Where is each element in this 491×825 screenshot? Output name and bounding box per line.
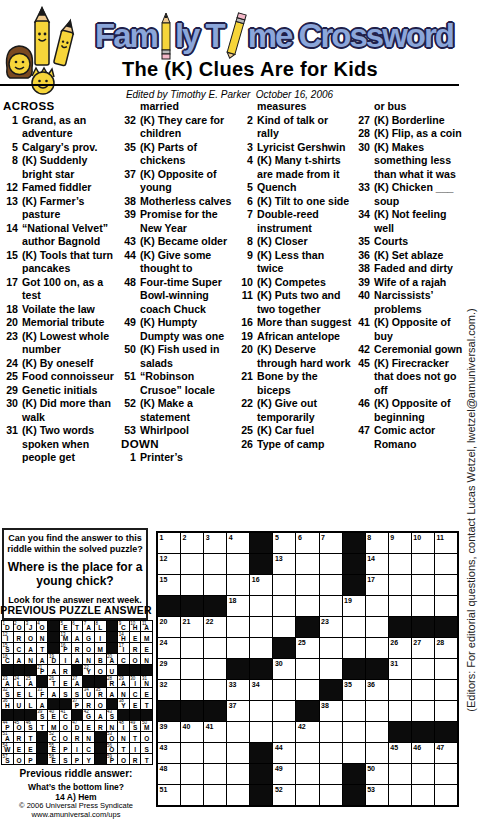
prev-black-cell — [95, 732, 106, 742]
grid-cell[interactable]: 23 — [320, 617, 342, 637]
grid-cell[interactable]: 48 — [158, 764, 180, 784]
clue: 11(K) Puts two and two together — [238, 289, 352, 316]
clue-text: Quench — [257, 181, 296, 193]
cell-number: 19 — [344, 597, 352, 604]
prev-cell-number: 16 — [61, 643, 66, 648]
grid-cell[interactable] — [227, 617, 249, 637]
grid-cell[interactable]: 6 — [296, 533, 318, 553]
grid-cell[interactable] — [296, 659, 318, 679]
grid-cell[interactable]: 14 — [366, 554, 388, 574]
grid-cell[interactable]: 16 — [250, 575, 272, 595]
clue-text: Wife of a rajah — [374, 276, 446, 288]
black-cell — [273, 638, 295, 658]
prev-black-cell — [14, 665, 25, 675]
prev-cell-number: 26 — [49, 676, 54, 681]
grid-cell[interactable] — [412, 785, 434, 805]
grid-cell[interactable] — [343, 743, 365, 763]
cell-number: 32 — [160, 681, 168, 688]
prev-letter-cell: A — [72, 654, 83, 664]
prev-letter-cell: 7A — [83, 621, 94, 631]
cell-number: 38 — [321, 702, 329, 709]
prev-letter-cell: C — [130, 688, 141, 698]
grid-cell[interactable]: 9 — [389, 533, 411, 553]
clue: 35(K) Parts of chickens — [121, 141, 235, 168]
grid-cell[interactable] — [204, 764, 226, 784]
prev-cell-number: 27 — [72, 676, 77, 681]
clue-number: 25 — [238, 424, 253, 438]
grid-cell[interactable]: 4 — [227, 533, 249, 553]
grid-cell[interactable] — [250, 722, 272, 742]
clue-text: Comic actor Romano — [374, 424, 435, 450]
prev-black-cell — [107, 643, 118, 653]
clue: 5Quench — [238, 181, 352, 195]
grid-cell[interactable] — [273, 701, 295, 721]
grid-cell[interactable] — [389, 785, 411, 805]
grid-cell[interactable] — [273, 680, 295, 700]
prev-cell-number: 48 — [119, 720, 124, 725]
prev-letter-cell: R — [83, 699, 94, 709]
grid-cell[interactable] — [366, 722, 388, 742]
grid-cell[interactable] — [204, 638, 226, 658]
grid-cell[interactable]: 52 — [273, 785, 295, 805]
grid-cell[interactable] — [343, 701, 365, 721]
black-cell — [204, 701, 226, 721]
prev-cell-number: 23 — [3, 676, 8, 681]
grid-cell[interactable]: 36 — [366, 680, 388, 700]
clue-number: 32 — [121, 114, 136, 128]
prev-cell-number: 7 — [84, 621, 87, 626]
prev-black-cell — [72, 665, 83, 675]
clue-text: (K) Flip, as a coin — [374, 127, 462, 139]
prev-black-cell — [2, 665, 13, 675]
clue: 1Printer’s — [121, 451, 235, 465]
prev-letter-cell: E — [14, 688, 25, 698]
grid-cell[interactable] — [435, 554, 457, 574]
black-cell — [158, 596, 180, 616]
grid-cell[interactable]: 39 — [158, 722, 180, 742]
clue: 20(K) Deserve through hard work — [238, 343, 352, 370]
clue-text: Famed fiddler — [22, 181, 91, 193]
grid-cell[interactable] — [389, 680, 411, 700]
grid-cell[interactable]: 21 — [181, 617, 203, 637]
grid-cell[interactable]: 41 — [204, 722, 226, 742]
clue-text: (K) Set ablaze — [374, 249, 443, 261]
cell-number: 29 — [160, 660, 168, 667]
clue-number: 8 — [238, 235, 253, 249]
grid-cell[interactable]: 25 — [296, 638, 318, 658]
prev-letter-cell: O — [95, 665, 106, 675]
grid-cell[interactable] — [435, 596, 457, 616]
grid-cell[interactable] — [435, 785, 457, 805]
grid-cell[interactable] — [250, 596, 272, 616]
grid-cell[interactable] — [296, 680, 318, 700]
prev-letter-cell: R — [72, 643, 83, 653]
grid-cell[interactable] — [320, 638, 342, 658]
prev-black-cell — [60, 699, 71, 709]
grid-cell[interactable] — [320, 785, 342, 805]
prev-cell-number: 24 — [14, 676, 19, 681]
prev-cell-number: 47 — [72, 720, 77, 725]
prev-letter-cell: O — [14, 754, 25, 764]
grid-cell[interactable] — [227, 638, 249, 658]
grid-cell[interactable] — [227, 764, 249, 784]
grid-cell[interactable] — [273, 596, 295, 616]
grid-cell[interactable] — [273, 617, 295, 637]
clue: 13(K) Farmer’s pasture — [3, 195, 117, 222]
clue-number: 10 — [238, 276, 253, 290]
prev-black-cell — [95, 676, 106, 686]
clue-number: 24 — [3, 357, 18, 371]
clue: 7Double-reed instrument — [238, 208, 352, 235]
clue: 53Whirlpool — [121, 424, 235, 438]
grid-cell[interactable]: 40 — [181, 722, 203, 742]
grid-cell[interactable] — [227, 743, 249, 763]
prev-cell-number: 10 — [130, 621, 135, 626]
clue-number: 34 — [355, 208, 370, 222]
grid-cell[interactable] — [181, 638, 203, 658]
clue-number: 17 — [3, 276, 18, 290]
prev-letter-cell: 36H — [2, 699, 13, 709]
prev-letter-cell: S — [60, 688, 71, 698]
grid-cell[interactable]: 27 — [412, 638, 434, 658]
grid-cell[interactable] — [412, 575, 434, 595]
grid-cell[interactable]: 51 — [158, 785, 180, 805]
grid-cell[interactable] — [296, 575, 318, 595]
grid-cell[interactable]: 44 — [273, 743, 295, 763]
grid-cell[interactable]: 13 — [273, 554, 295, 574]
grid-cell[interactable] — [366, 596, 388, 616]
clue-number: 44 — [121, 249, 136, 263]
cell-number: 3 — [206, 534, 210, 541]
prev-black-cell — [72, 710, 83, 720]
grid-cell[interactable] — [343, 638, 365, 658]
clue-text: Kind of talk or rally — [257, 114, 328, 140]
cell-number: 42 — [298, 723, 306, 730]
prev-letter-cell: N — [83, 732, 94, 742]
clue-number: 29 — [3, 384, 18, 398]
prev-black-cell — [107, 621, 118, 631]
grid-cell[interactable] — [412, 701, 434, 721]
grid-cell[interactable] — [181, 575, 203, 595]
grid-cell[interactable] — [435, 701, 457, 721]
prev-cell-number: 51 — [3, 731, 8, 736]
black-cell — [296, 701, 318, 721]
grid-cell[interactable]: 53 — [366, 785, 388, 805]
prev-letter-cell: A — [107, 688, 118, 698]
grid-cell[interactable]: 18 — [227, 596, 249, 616]
grid-cell[interactable]: 46 — [412, 743, 434, 763]
grid-cell[interactable] — [412, 596, 434, 616]
grid-cell[interactable] — [320, 575, 342, 595]
cell-number: 7 — [321, 534, 325, 541]
clue: 17Got 100 on, as a test — [3, 276, 117, 303]
clue: 50(K) Fish used in salads — [121, 343, 235, 370]
grid-cell[interactable]: 35 — [343, 680, 365, 700]
grid-cell[interactable]: 42 — [296, 722, 318, 742]
prev-cell-number: 39 — [37, 709, 42, 714]
prev-letter-cell: I — [95, 632, 106, 642]
clue-number: 21 — [238, 370, 253, 384]
clue: 5Calgary’s prov. — [3, 141, 117, 155]
grid-cell[interactable]: 49 — [273, 764, 295, 784]
prev-black-cell — [107, 699, 118, 709]
prev-black-cell — [37, 754, 48, 764]
grid-cell[interactable] — [343, 617, 365, 637]
prev-letter-cell: S — [60, 754, 71, 764]
prev-letter-cell: 35R — [95, 688, 106, 698]
grid-cell[interactable] — [389, 554, 411, 574]
grid-cell[interactable] — [204, 554, 226, 574]
grid-cell[interactable] — [296, 596, 318, 616]
clue-number: 47 — [355, 424, 370, 438]
clue-text: Lyricist Gershwin — [257, 141, 346, 153]
prev-letter-cell: N — [25, 654, 36, 664]
cell-number: 49 — [275, 765, 283, 772]
grid-cell[interactable] — [320, 596, 342, 616]
grid-cell[interactable]: 2 — [181, 533, 203, 553]
grid-cell[interactable] — [412, 554, 434, 574]
cell-number: 12 — [160, 555, 168, 562]
grid-cell[interactable] — [366, 701, 388, 721]
grid-cell[interactable] — [366, 617, 388, 637]
grid-cell[interactable] — [389, 701, 411, 721]
prev-black-cell — [107, 632, 118, 642]
prev-letter-cell: 33F — [37, 688, 48, 698]
black-cell — [412, 722, 434, 742]
clue-number: 13 — [3, 195, 18, 209]
prev-letter-cell: R — [60, 665, 71, 675]
black-cell — [250, 554, 272, 574]
grid-cell[interactable] — [435, 764, 457, 784]
grid-cell[interactable]: 43 — [158, 743, 180, 763]
prev-letter-cell: I — [60, 654, 71, 664]
grid-cell[interactable]: 33 — [227, 680, 249, 700]
grid-cell[interactable]: 19 — [343, 596, 365, 616]
clue-text: “Robinson Crusoe” locale — [140, 370, 215, 396]
grid-cell[interactable]: 1 — [158, 533, 180, 553]
prev-letter-cell: 40E — [48, 710, 59, 720]
black-cell — [250, 743, 272, 763]
clue: 30(K) Makes something less than what it … — [355, 141, 469, 182]
prev-letter-cell: 47D — [72, 721, 83, 731]
prev-letter-cell: 44P — [2, 721, 13, 731]
black-cell — [343, 659, 365, 679]
clue-text: Motherless calves — [140, 195, 231, 207]
grid-cell[interactable] — [181, 659, 203, 679]
grid-cell[interactable] — [366, 743, 388, 763]
grid-cell[interactable] — [227, 575, 249, 595]
grid-cell[interactable]: 7 — [320, 533, 342, 553]
grid-cell[interactable] — [250, 701, 272, 721]
prev-letter-cell: R — [95, 721, 106, 731]
cell-number: 17 — [367, 576, 375, 583]
grid-cell[interactable] — [366, 638, 388, 658]
grid-cell[interactable] — [296, 743, 318, 763]
grid-cell[interactable]: 5 — [273, 533, 295, 553]
prev-letter-cell: 9C — [118, 621, 129, 631]
grid-cell[interactable] — [412, 764, 434, 784]
prev-letter-cell: S — [72, 688, 83, 698]
grid-cell[interactable] — [296, 764, 318, 784]
grid-cell[interactable] — [389, 575, 411, 595]
grid-cell[interactable] — [435, 680, 457, 700]
cell-number: 21 — [183, 618, 191, 625]
prev-letter-cell: E — [83, 721, 94, 731]
cell-number: 33 — [229, 681, 237, 688]
prev-letter-cell: 21P — [37, 665, 48, 675]
prev-cell-number: 49 — [130, 720, 135, 725]
prev-letter-cell: 17I — [118, 643, 129, 653]
crossword-grid: 1234567891011121314151617181920212223242… — [156, 531, 459, 807]
grid-cell[interactable]: 31 — [389, 659, 411, 679]
prev-letter-cell: T — [118, 743, 129, 753]
prev-letter-cell: 39S — [37, 710, 48, 720]
grid-cell[interactable]: 26 — [389, 638, 411, 658]
prev-letter-cell: T — [130, 732, 141, 742]
grid-cell[interactable] — [227, 785, 249, 805]
grid-cell[interactable] — [181, 743, 203, 763]
grid-cell[interactable]: 32 — [158, 680, 180, 700]
grid-cell[interactable] — [389, 764, 411, 784]
prev-letter-cell: R — [72, 732, 83, 742]
grid-cell[interactable]: 34 — [250, 680, 272, 700]
grid-cell[interactable] — [204, 680, 226, 700]
prev-letter-cell: O — [118, 754, 129, 764]
grid-cell[interactable] — [250, 617, 272, 637]
grid-cell[interactable]: 37 — [227, 701, 249, 721]
prev-letter-cell: C — [118, 654, 129, 664]
prev-letter-cell: 37P — [72, 699, 83, 709]
grid-cell[interactable]: 38 — [320, 701, 342, 721]
grid-cell[interactable]: 45 — [389, 743, 411, 763]
grid-cell[interactable] — [273, 575, 295, 595]
grid-cell[interactable]: 12 — [158, 554, 180, 574]
grid-cell[interactable] — [204, 575, 226, 595]
grid-cell[interactable] — [320, 554, 342, 574]
logo-word-fam: Fam — [95, 17, 157, 55]
clue-number: 18 — [3, 303, 18, 317]
grid-cell[interactable] — [435, 575, 457, 595]
grid-cell[interactable]: 50 — [366, 764, 388, 784]
grid-cell[interactable]: 20 — [158, 617, 180, 637]
grid-cell[interactable] — [389, 596, 411, 616]
prev-letter-cell: E — [141, 688, 152, 698]
grid-cell[interactable] — [273, 722, 295, 742]
clue-text: Promise for the New Year — [140, 208, 218, 234]
prev-cell-number: 43 — [107, 709, 112, 714]
grid-cell[interactable]: 29 — [158, 659, 180, 679]
grid-cell[interactable] — [320, 743, 342, 763]
grid-cell[interactable] — [204, 659, 226, 679]
clue-text: “National Velvet” author Bagnold — [22, 222, 108, 248]
clue-number: 50 — [121, 343, 136, 357]
grid-cell[interactable]: 24 — [158, 638, 180, 658]
grid-cell[interactable] — [320, 764, 342, 784]
grid-cell[interactable]: 30 — [273, 659, 295, 679]
grid-cell[interactable]: 22 — [204, 617, 226, 637]
prev-letter-cell: O — [141, 732, 152, 742]
clue-number: 7 — [238, 208, 253, 222]
grid-cell[interactable]: 28 — [435, 638, 457, 658]
grid-cell[interactable] — [320, 659, 342, 679]
grid-cell[interactable] — [227, 554, 249, 574]
prev-letter-cell: U — [107, 665, 118, 675]
grid-cell[interactable] — [181, 554, 203, 574]
clue-number: 22 — [238, 397, 253, 411]
clue-number: 51 — [121, 370, 136, 384]
grid-cell[interactable] — [296, 554, 318, 574]
grid-cell[interactable]: 47 — [435, 743, 457, 763]
grid-cell[interactable] — [204, 743, 226, 763]
grid-cell[interactable]: 3 — [204, 533, 226, 553]
cell-number: 50 — [367, 765, 375, 772]
grid-cell[interactable]: 17 — [366, 575, 388, 595]
prev-black-cell — [14, 710, 25, 720]
pencil-icon — [220, 10, 251, 61]
grid-cell[interactable]: 8 — [366, 533, 388, 553]
prev-cell-number: 1 — [3, 621, 6, 626]
clue-text: Type of camp — [257, 438, 325, 450]
grid-cell[interactable]: 10 — [412, 533, 434, 553]
black-cell — [250, 785, 272, 805]
grid-cell[interactable] — [435, 659, 457, 679]
prev-letter-cell: L — [25, 699, 36, 709]
cell-number: 41 — [206, 723, 214, 730]
prev-letter-cell: 48I — [118, 721, 129, 731]
clue-number: 6 — [238, 195, 253, 209]
prev-cell-number: 33 — [37, 687, 42, 692]
grid-cell[interactable] — [181, 785, 203, 805]
grid-cell[interactable] — [412, 680, 434, 700]
cell-number: 4 — [229, 534, 233, 541]
logo-word-ly-t: ly T — [175, 17, 224, 55]
grid-cell[interactable]: 11 — [435, 533, 457, 553]
grid-cell[interactable] — [227, 722, 249, 742]
grid-cell[interactable] — [204, 785, 226, 805]
prev-letter-cell: G — [83, 632, 94, 642]
clue: 44(K) Give some thought to — [121, 249, 235, 276]
grid-cell[interactable]: 15 — [158, 575, 180, 595]
copyright-line: © 2006 Universal Press Syndicate — [0, 801, 152, 810]
clue-number: 39 — [355, 276, 370, 290]
clue-text: (K) Makes something less than what it wa… — [374, 141, 456, 180]
clue-text: Grand, as an adventure — [22, 114, 86, 140]
grid-cell[interactable] — [343, 722, 365, 742]
clue: 33(K) Chicken ___ soup — [355, 181, 469, 208]
grid-cell[interactable] — [320, 722, 342, 742]
prev-cell-number: 50 — [142, 720, 147, 725]
grid-cell[interactable] — [181, 680, 203, 700]
grid-cell[interactable] — [181, 764, 203, 784]
clue-number: 39 — [121, 208, 136, 222]
prev-letter-cell: O — [130, 654, 141, 664]
riddle-question: Where is the place for a young chick? — [4, 560, 146, 588]
clue: 10(K) Competes — [238, 276, 352, 290]
grid-cell[interactable] — [296, 785, 318, 805]
clue: 35Courts — [355, 235, 469, 249]
grid-cell[interactable] — [250, 638, 272, 658]
grid-cell[interactable] — [412, 659, 434, 679]
prev-letter-cell: 18C — [2, 654, 13, 664]
prev-cell-number: 31 — [142, 676, 147, 681]
prev-letter-cell: E — [141, 643, 152, 653]
cell-number: 8 — [367, 534, 371, 541]
prev-letter-cell: 24L — [14, 676, 25, 686]
prev-letter-cell: 34U — [83, 688, 94, 698]
clue: 4(K) Many t-shirts are made from it — [238, 154, 352, 181]
prev-letter-cell: P — [25, 754, 36, 764]
prev-cell-number: 35 — [95, 687, 100, 692]
